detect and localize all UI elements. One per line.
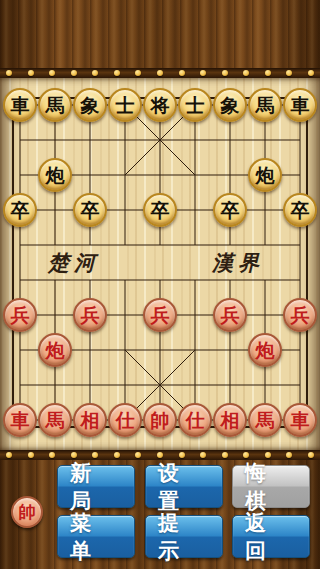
xiangqi-piece-red[interactable]: 兵 [283,298,317,332]
rivet-icon [222,70,228,76]
xiangqi-piece-red[interactable]: 兵 [3,298,37,332]
rivet-icon [135,452,141,458]
rivet-icon [308,452,314,458]
rivet-icon [6,70,12,76]
rivet-icon [92,70,98,76]
rivet-icon [135,70,141,76]
xiangqi-app-screen: 楚河 漢界 車馬象士将士象馬車炮炮卒卒卒卒卒兵兵兵兵兵炮炮車馬相仕帥仕相馬車 帥… [0,0,320,569]
xiangqi-piece-black[interactable]: 卒 [143,193,177,227]
xiangqi-piece-red[interactable]: 仕 [108,403,142,437]
xiangqi-piece-black[interactable]: 炮 [38,158,72,192]
xiangqi-piece-red[interactable]: 炮 [38,333,72,367]
xiangqi-piece-red[interactable]: 兵 [143,298,177,332]
new-game-button[interactable]: 新局 [57,465,135,508]
rivet-icon [179,452,185,458]
hint-button[interactable]: 提示 [145,515,223,558]
xiangqi-piece-red[interactable]: 馬 [38,403,72,437]
rivet-icon [71,452,77,458]
rivet-icon [243,452,249,458]
xiangqi-piece-red[interactable]: 馬 [248,403,282,437]
turn-indicator-piece: 帥 [11,496,43,528]
xiangqi-piece-red[interactable]: 仕 [178,403,212,437]
board-frame-rail-top [0,68,320,78]
xiangqi-piece-red[interactable]: 車 [283,403,317,437]
rivet-icon [28,452,34,458]
rivet-icon [114,70,120,76]
rivet-icon [200,70,206,76]
xiangqi-piece-red[interactable]: 帥 [143,403,177,437]
rivet-icon [92,452,98,458]
river-label-left: 楚河 [48,248,100,278]
rivet-icon [265,70,271,76]
rivet-icon [265,452,271,458]
xiangqi-piece-black[interactable]: 卒 [3,193,37,227]
rivet-icon [286,452,292,458]
xiangqi-piece-red[interactable]: 車 [3,403,37,437]
xiangqi-piece-red[interactable]: 兵 [213,298,247,332]
rivet-icon [286,70,292,76]
rivet-icon [200,452,206,458]
rivet-icon [28,70,34,76]
menu-button[interactable]: 菜单 [57,515,135,558]
rivet-icon [114,452,120,458]
rivet-icon [6,452,12,458]
xiangqi-piece-black[interactable]: 車 [3,88,37,122]
undo-button[interactable]: 悔棋 [232,465,310,508]
xiangqi-piece-black[interactable]: 士 [108,88,142,122]
xiangqi-piece-black[interactable]: 卒 [283,193,317,227]
xiangqi-piece-red[interactable]: 相 [213,403,247,437]
xiangqi-piece-black[interactable]: 卒 [213,193,247,227]
river-label-right: 漢界 [212,248,264,278]
back-button[interactable]: 返回 [232,515,310,558]
xiangqi-board[interactable]: 楚河 漢界 車馬象士将士象馬車炮炮卒卒卒卒卒兵兵兵兵兵炮炮車馬相仕帥仕相馬車 [0,78,320,450]
xiangqi-piece-black[interactable]: 将 [143,88,177,122]
rivet-icon [222,452,228,458]
rivet-icon [308,70,314,76]
xiangqi-piece-black[interactable]: 象 [73,88,107,122]
xiangqi-piece-black[interactable]: 象 [213,88,247,122]
settings-button[interactable]: 设置 [145,465,223,508]
rivet-icon [49,452,55,458]
xiangqi-piece-red[interactable]: 兵 [73,298,107,332]
rivet-icon [157,452,163,458]
rivet-icon [243,70,249,76]
xiangqi-piece-red[interactable]: 炮 [248,333,282,367]
rivet-icon [179,70,185,76]
xiangqi-piece-black[interactable]: 士 [178,88,212,122]
rivet-icon [157,70,163,76]
xiangqi-piece-black[interactable]: 車 [283,88,317,122]
rivet-icon [49,70,55,76]
xiangqi-piece-black[interactable]: 馬 [38,88,72,122]
xiangqi-piece-black[interactable]: 卒 [73,193,107,227]
rivet-icon [71,70,77,76]
xiangqi-piece-black[interactable]: 炮 [248,158,282,192]
xiangqi-piece-black[interactable]: 馬 [248,88,282,122]
xiangqi-piece-red[interactable]: 相 [73,403,107,437]
